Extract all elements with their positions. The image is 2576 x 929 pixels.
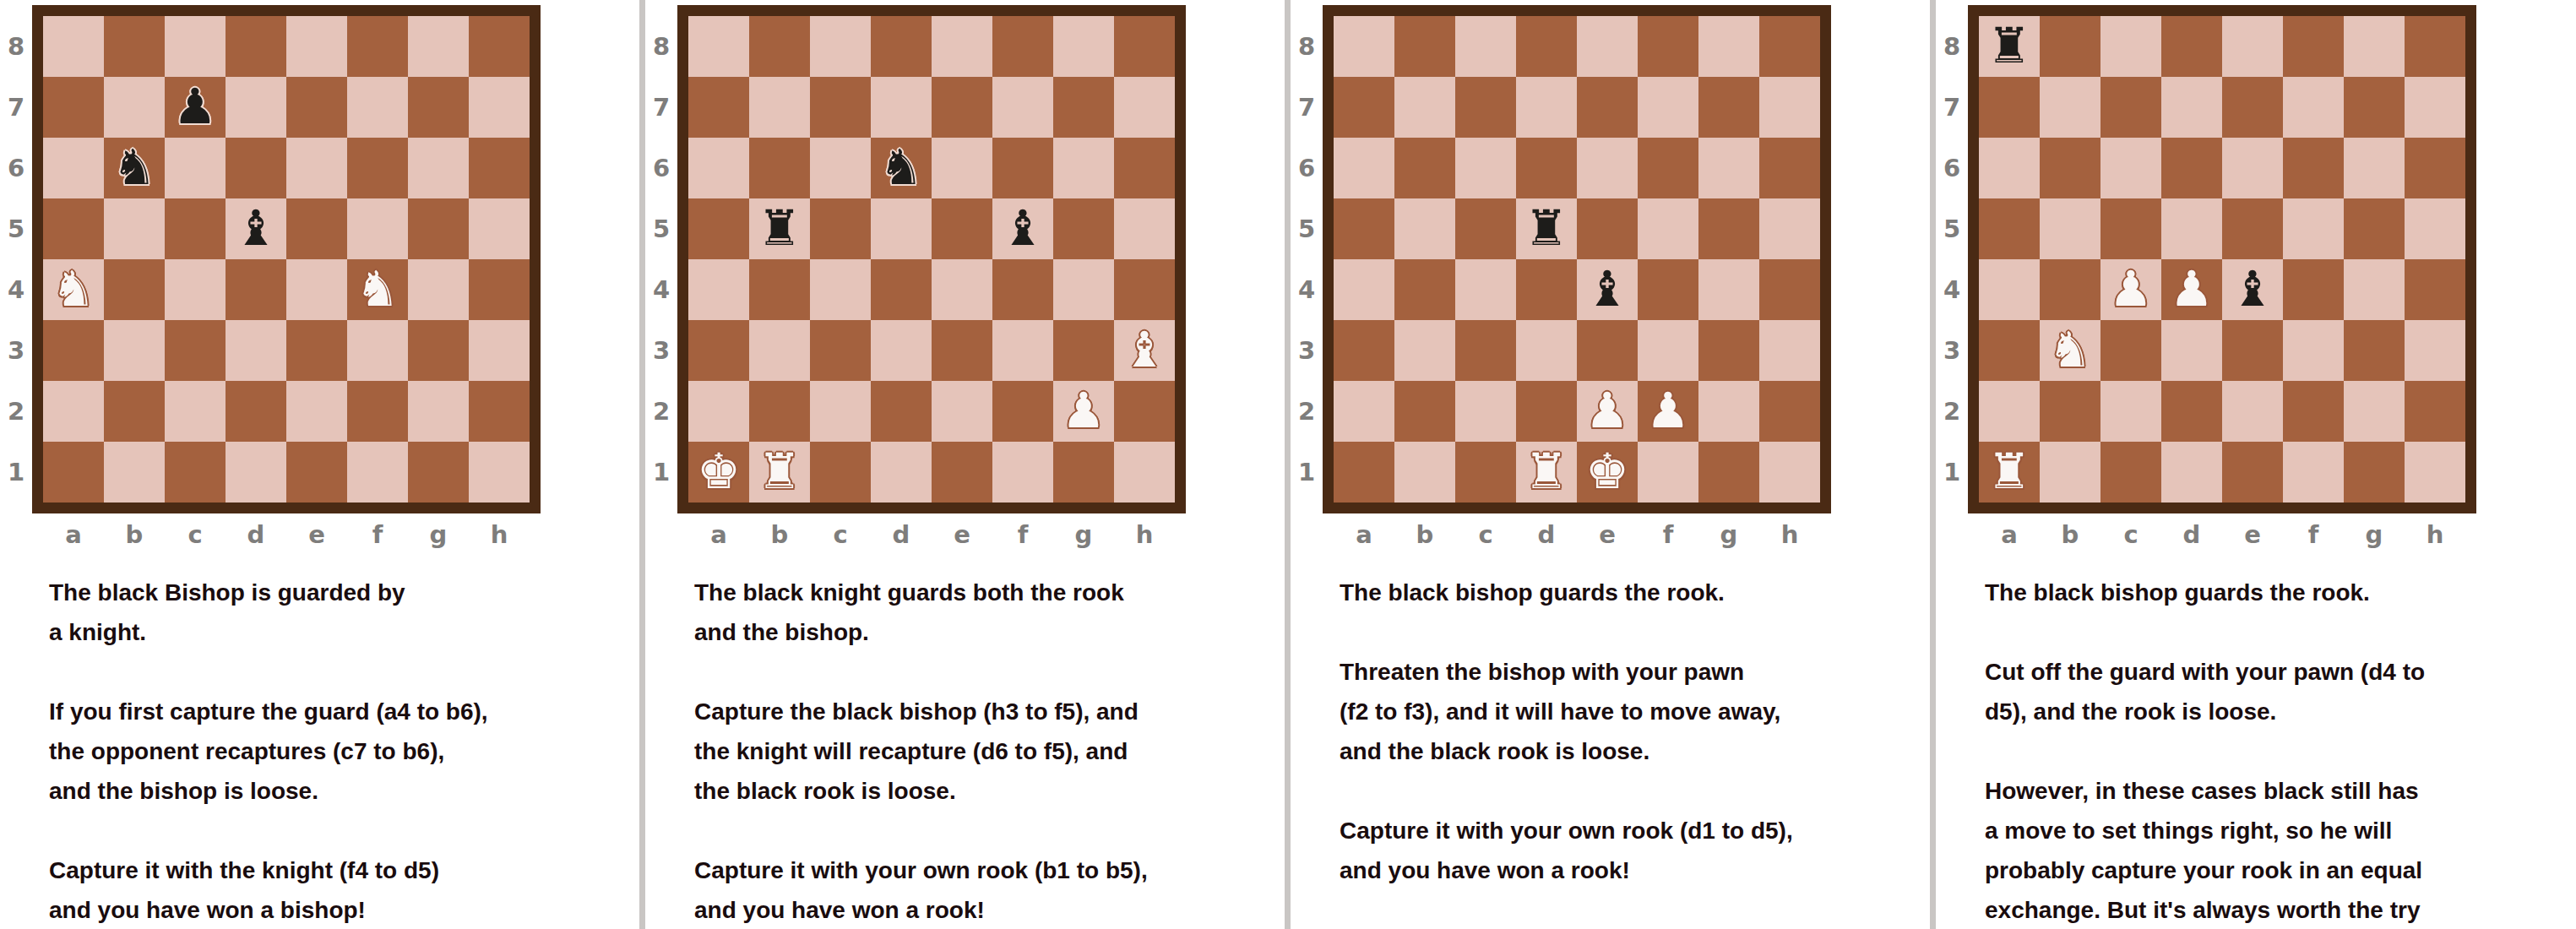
rank-label-5: 5	[1936, 198, 1968, 259]
square-h5	[1759, 198, 1820, 259]
square-h6	[2405, 138, 2465, 198]
square-a2	[43, 381, 104, 442]
square-d3	[1516, 320, 1577, 381]
square-a5	[1979, 198, 2040, 259]
file-label-d: d	[871, 520, 932, 549]
square-h8	[2405, 16, 2465, 77]
lesson-paragraph: Capture it with your own rook (d1 to d5)…	[1340, 811, 1930, 890]
rank-label-3: 3	[645, 320, 677, 381]
black-bishop-icon: ♝	[992, 198, 1053, 259]
lesson-panel-4: 87654321 ♜♟♟♝♞♜ abcdefgh The black bisho…	[1936, 0, 2575, 929]
square-c6	[165, 138, 226, 198]
file-label-b: b	[1394, 520, 1455, 549]
square-b2	[749, 381, 810, 442]
file-label-c: c	[2100, 520, 2161, 549]
square-e6	[932, 138, 992, 198]
square-h8	[1114, 16, 1175, 77]
rank-label-6: 6	[0, 138, 32, 198]
square-g1	[2344, 442, 2405, 503]
lesson-text: The black Bishop is guarded bya knight.I…	[49, 573, 639, 929]
white-rook-icon: ♜	[1516, 442, 1577, 503]
file-label-f: f	[2283, 520, 2344, 549]
square-c2	[165, 381, 226, 442]
file-label-e: e	[2222, 520, 2283, 549]
lesson-text: The black bishop guards the rook.Cut off…	[1985, 573, 2575, 929]
white-king-icon: ♚	[688, 442, 749, 503]
square-f8	[347, 16, 408, 77]
chess-board-area: 87654321 ♞♜♝♝♟♚♜	[645, 5, 1285, 513]
square-h2	[1759, 381, 1820, 442]
file-label-g: g	[408, 520, 469, 549]
chess-lesson-page: 87654321 ♟♞♝♞♞ abcdefgh The black Bishop…	[0, 0, 2576, 929]
rank-label-2: 2	[0, 381, 32, 442]
square-g5	[1698, 198, 1759, 259]
square-a5	[43, 198, 104, 259]
square-b6	[749, 138, 810, 198]
square-a5	[688, 198, 749, 259]
square-c7	[1455, 77, 1516, 138]
square-e2	[2222, 381, 2283, 442]
square-b1	[104, 442, 165, 503]
square-d2	[226, 381, 286, 442]
square-h7	[2405, 77, 2465, 138]
square-f6	[1638, 138, 1698, 198]
rank-label-3: 3	[0, 320, 32, 381]
square-g7	[1698, 77, 1759, 138]
rank-label-8: 8	[0, 16, 32, 77]
square-b7	[1394, 77, 1455, 138]
square-a3	[1979, 320, 2040, 381]
square-e8	[1577, 16, 1638, 77]
file-label-g: g	[1698, 520, 1759, 549]
square-e7	[932, 77, 992, 138]
square-f1	[2283, 442, 2344, 503]
file-label-g: g	[1053, 520, 1114, 549]
square-d1	[2161, 442, 2222, 503]
square-e2: ♟	[1577, 381, 1638, 442]
square-f5	[2283, 198, 2344, 259]
square-c8	[810, 16, 871, 77]
rank-label-7: 7	[1936, 77, 1968, 138]
square-h7	[469, 77, 530, 138]
square-g2	[1698, 381, 1759, 442]
square-e1	[932, 442, 992, 503]
square-b3: ♞	[2040, 320, 2100, 381]
rank-label-4: 4	[0, 259, 32, 320]
square-d3	[871, 320, 932, 381]
lesson-text: The black bishop guards the rook.Threate…	[1340, 573, 1930, 890]
square-e5	[2222, 198, 2283, 259]
square-c5	[810, 198, 871, 259]
file-label-a: a	[1334, 520, 1394, 549]
black-bishop-icon: ♝	[2222, 259, 2283, 320]
square-c8	[165, 16, 226, 77]
square-d8	[226, 16, 286, 77]
file-labels: abcdefgh	[1979, 520, 2465, 549]
square-a3	[43, 320, 104, 381]
square-h4	[1759, 259, 1820, 320]
square-g1	[1698, 442, 1759, 503]
black-rook-icon: ♜	[749, 198, 810, 259]
white-king-icon: ♚	[1577, 442, 1638, 503]
square-c5	[165, 198, 226, 259]
square-f6	[992, 138, 1053, 198]
square-e3	[2222, 320, 2283, 381]
file-label-d: d	[226, 520, 286, 549]
square-e4: ♝	[2222, 259, 2283, 320]
file-label-h: h	[1759, 520, 1820, 549]
square-c6	[810, 138, 871, 198]
square-g6	[1053, 138, 1114, 198]
square-e2	[932, 381, 992, 442]
white-pawn-icon: ♟	[1053, 381, 1114, 442]
rank-label-4: 4	[645, 259, 677, 320]
rank-labels: 87654321	[0, 5, 32, 513]
rank-label-1: 1	[645, 442, 677, 503]
square-a4: ♞	[43, 259, 104, 320]
square-g8	[408, 16, 469, 77]
square-b6: ♞	[104, 138, 165, 198]
square-d6	[1516, 138, 1577, 198]
square-b4	[2040, 259, 2100, 320]
lesson-text-line: The black knight guards both the rook	[694, 573, 1285, 612]
file-label-b: b	[104, 520, 165, 549]
square-a5	[1334, 198, 1394, 259]
rank-label-8: 8	[1936, 16, 1968, 77]
square-e5	[1577, 198, 1638, 259]
lesson-text-line: the knight will recapture (d6 to f5), an…	[694, 731, 1285, 771]
square-c3	[165, 320, 226, 381]
square-f7	[2283, 77, 2344, 138]
square-d4	[1516, 259, 1577, 320]
square-h1	[1759, 442, 1820, 503]
square-h6	[1759, 138, 1820, 198]
square-c2	[2100, 381, 2161, 442]
file-label-h: h	[2405, 520, 2465, 549]
square-h2	[1114, 381, 1175, 442]
square-a1: ♚	[688, 442, 749, 503]
square-f4	[992, 259, 1053, 320]
rank-label-7: 7	[0, 77, 32, 138]
square-d7	[2161, 77, 2222, 138]
square-a1: ♜	[1979, 442, 2040, 503]
square-e7	[1577, 77, 1638, 138]
lesson-paragraph: The black bishop guards the rook.	[1985, 573, 2575, 612]
lesson-paragraph: The black bishop guards the rook.	[1340, 573, 1930, 612]
square-e5	[932, 198, 992, 259]
square-d8	[2161, 16, 2222, 77]
panel-divider	[639, 0, 645, 929]
file-label-a: a	[43, 520, 104, 549]
lesson-paragraph: Capture it with the knight (f4 to d5)and…	[49, 850, 639, 929]
lesson-text-line: d5), and the rook is loose.	[1985, 692, 2575, 731]
square-g3	[2344, 320, 2405, 381]
square-g6	[1698, 138, 1759, 198]
square-h2	[469, 381, 530, 442]
square-d4: ♟	[2161, 259, 2222, 320]
rank-labels: 87654321	[645, 5, 677, 513]
square-c7	[2100, 77, 2161, 138]
rank-label-1: 1	[1291, 442, 1323, 503]
square-g4	[1698, 259, 1759, 320]
square-d4	[226, 259, 286, 320]
square-h1	[1114, 442, 1175, 503]
rank-label-5: 5	[645, 198, 677, 259]
square-f2	[2283, 381, 2344, 442]
rank-label-2: 2	[1936, 381, 1968, 442]
black-knight-icon: ♞	[104, 138, 165, 198]
lesson-text-line: Capture it with your own rook (b1 to b5)…	[694, 850, 1285, 890]
square-g2: ♟	[1053, 381, 1114, 442]
square-e6	[1577, 138, 1638, 198]
square-a8	[1334, 16, 1394, 77]
square-g8	[1053, 16, 1114, 77]
square-a7	[1979, 77, 2040, 138]
file-label-c: c	[810, 520, 871, 549]
square-d5	[2161, 198, 2222, 259]
rank-label-2: 2	[645, 381, 677, 442]
square-h4	[1114, 259, 1175, 320]
square-f5	[1638, 198, 1698, 259]
square-d1: ♜	[1516, 442, 1577, 503]
square-a4	[1979, 259, 2040, 320]
square-e8	[2222, 16, 2283, 77]
square-f3	[347, 320, 408, 381]
file-labels: abcdefgh	[688, 520, 1175, 549]
square-g5	[408, 198, 469, 259]
square-g5	[2344, 198, 2405, 259]
panel-divider	[1285, 0, 1291, 929]
rank-label-5: 5	[1291, 198, 1323, 259]
square-c3	[2100, 320, 2161, 381]
white-pawn-icon: ♟	[2100, 259, 2161, 320]
square-e7	[286, 77, 347, 138]
square-c5	[1455, 198, 1516, 259]
square-d6: ♞	[871, 138, 932, 198]
square-e1	[286, 442, 347, 503]
square-f7	[1638, 77, 1698, 138]
square-a7	[43, 77, 104, 138]
square-a2	[1979, 381, 2040, 442]
rank-label-1: 1	[0, 442, 32, 503]
square-c2	[1455, 381, 1516, 442]
square-f4	[1638, 259, 1698, 320]
square-g8	[2344, 16, 2405, 77]
lesson-text-line: and the bishop.	[694, 612, 1285, 652]
lesson-paragraph: The black knight guards both the rookand…	[694, 573, 1285, 652]
lesson-text-line: a knight.	[49, 612, 639, 652]
square-c4	[1455, 259, 1516, 320]
chess-board: ♞♜♝♝♟♚♜	[677, 5, 1186, 513]
square-b8	[1394, 16, 1455, 77]
square-f7	[347, 77, 408, 138]
square-d5: ♜	[1516, 198, 1577, 259]
file-label-c: c	[165, 520, 226, 549]
square-d6	[226, 138, 286, 198]
square-a7	[688, 77, 749, 138]
rank-labels: 87654321	[1291, 5, 1323, 513]
square-e8	[286, 16, 347, 77]
black-bishop-icon: ♝	[226, 198, 286, 259]
square-b8	[749, 16, 810, 77]
white-rook-icon: ♜	[1979, 442, 2040, 503]
square-a6	[1979, 138, 2040, 198]
lesson-text-line: probably capture your rook in an equal	[1985, 850, 2575, 890]
white-pawn-icon: ♟	[1577, 381, 1638, 442]
rank-label-7: 7	[645, 77, 677, 138]
square-d5	[871, 198, 932, 259]
square-a6	[688, 138, 749, 198]
black-rook-icon: ♜	[1979, 16, 2040, 77]
square-h2	[2405, 381, 2465, 442]
square-h8	[469, 16, 530, 77]
square-a2	[688, 381, 749, 442]
square-g7	[2344, 77, 2405, 138]
square-b4	[749, 259, 810, 320]
square-d7	[1516, 77, 1577, 138]
square-d8	[1516, 16, 1577, 77]
file-label-a: a	[688, 520, 749, 549]
lesson-text-line: However, in these cases black still has	[1985, 771, 2575, 811]
square-a3	[688, 320, 749, 381]
file-label-g: g	[2344, 520, 2405, 549]
lesson-text-line: a move to set things right, so he will	[1985, 811, 2575, 850]
black-bishop-icon: ♝	[1577, 259, 1638, 320]
square-b4	[1394, 259, 1455, 320]
file-label-e: e	[286, 520, 347, 549]
square-g7	[408, 77, 469, 138]
square-b6	[1394, 138, 1455, 198]
square-a2	[1334, 381, 1394, 442]
square-d4	[871, 259, 932, 320]
square-f6	[2283, 138, 2344, 198]
square-f8	[992, 16, 1053, 77]
square-h7	[1114, 77, 1175, 138]
square-b7	[749, 77, 810, 138]
square-e6	[2222, 138, 2283, 198]
square-d8	[871, 16, 932, 77]
square-a6	[43, 138, 104, 198]
chess-board: ♜♟♟♝♞♜	[1968, 5, 2476, 513]
rank-label-2: 2	[1291, 381, 1323, 442]
square-d6	[2161, 138, 2222, 198]
rank-label-4: 4	[1291, 259, 1323, 320]
square-b5	[1394, 198, 1455, 259]
square-h6	[1114, 138, 1175, 198]
square-h8	[1759, 16, 1820, 77]
file-label-e: e	[932, 520, 992, 549]
square-b5	[2040, 198, 2100, 259]
lesson-text-line: Capture the black bishop (h3 to f5), and	[694, 692, 1285, 731]
square-a4	[1334, 259, 1394, 320]
file-label-h: h	[469, 520, 530, 549]
square-f8	[2283, 16, 2344, 77]
lesson-text-line: exchange. But it's always worth the try	[1985, 890, 2575, 929]
square-b3	[104, 320, 165, 381]
lesson-paragraph: Cut off the guard with your pawn (d4 tod…	[1985, 652, 2575, 731]
square-g3	[1053, 320, 1114, 381]
square-h7	[1759, 77, 1820, 138]
square-h4	[469, 259, 530, 320]
square-a8	[43, 16, 104, 77]
white-bishop-icon: ♝	[1114, 320, 1175, 381]
square-c3	[1455, 320, 1516, 381]
square-f4	[2283, 259, 2344, 320]
square-a1	[43, 442, 104, 503]
lesson-text-line: The black bishop guards the rook.	[1340, 573, 1930, 612]
square-g4	[1053, 259, 1114, 320]
square-h5	[469, 198, 530, 259]
square-b3	[1394, 320, 1455, 381]
file-label-e: e	[1577, 520, 1638, 549]
square-b1	[2040, 442, 2100, 503]
square-h3: ♝	[1114, 320, 1175, 381]
square-f8	[1638, 16, 1698, 77]
lesson-text-line: Threaten the bishop with your pawn	[1340, 652, 1930, 692]
square-e5	[286, 198, 347, 259]
rank-label-4: 4	[1936, 259, 1968, 320]
square-c2	[810, 381, 871, 442]
square-b1	[1394, 442, 1455, 503]
square-f6	[347, 138, 408, 198]
file-label-a: a	[1979, 520, 2040, 549]
square-e8	[932, 16, 992, 77]
square-d7	[226, 77, 286, 138]
square-h5	[1114, 198, 1175, 259]
file-label-d: d	[2161, 520, 2222, 549]
square-h1	[2405, 442, 2465, 503]
white-knight-icon: ♞	[347, 259, 408, 320]
square-c1	[2100, 442, 2161, 503]
chess-board-area: 87654321 ♜♟♟♝♞♜	[1936, 5, 2575, 513]
square-c1	[1455, 442, 1516, 503]
square-f5	[347, 198, 408, 259]
chess-board-area: 87654321 ♜♝♟♟♜♚	[1291, 5, 1930, 513]
square-f4: ♞	[347, 259, 408, 320]
square-a8: ♜	[1979, 16, 2040, 77]
lesson-paragraph: Threaten the bishop with your pawn(f2 to…	[1340, 652, 1930, 771]
square-e4	[286, 259, 347, 320]
square-g6	[408, 138, 469, 198]
square-f2	[992, 381, 1053, 442]
square-g2	[2344, 381, 2405, 442]
lesson-text-line: and you have won a rook!	[1340, 850, 1930, 890]
black-knight-icon: ♞	[871, 138, 932, 198]
square-c8	[1455, 16, 1516, 77]
square-d7	[871, 77, 932, 138]
square-c7: ♟	[165, 77, 226, 138]
square-g4	[408, 259, 469, 320]
square-c4	[810, 259, 871, 320]
lesson-text-line: Cut off the guard with your pawn (d4 to	[1985, 652, 2575, 692]
square-f3	[2283, 320, 2344, 381]
lesson-text-line: and you have won a bishop!	[49, 890, 639, 929]
square-c8	[2100, 16, 2161, 77]
square-b2	[1394, 381, 1455, 442]
square-e2	[286, 381, 347, 442]
file-label-f: f	[1638, 520, 1698, 549]
square-c1	[165, 442, 226, 503]
lesson-panel-1: 87654321 ♟♞♝♞♞ abcdefgh The black Bishop…	[0, 0, 639, 929]
square-e6	[286, 138, 347, 198]
square-f7	[992, 77, 1053, 138]
lesson-text: The black knight guards both the rookand…	[694, 573, 1285, 929]
lesson-text-line: the opponent recaptures (c7 to b6),	[49, 731, 639, 771]
file-label-c: c	[1455, 520, 1516, 549]
square-g8	[1698, 16, 1759, 77]
square-a7	[1334, 77, 1394, 138]
rank-label-8: 8	[1291, 16, 1323, 77]
